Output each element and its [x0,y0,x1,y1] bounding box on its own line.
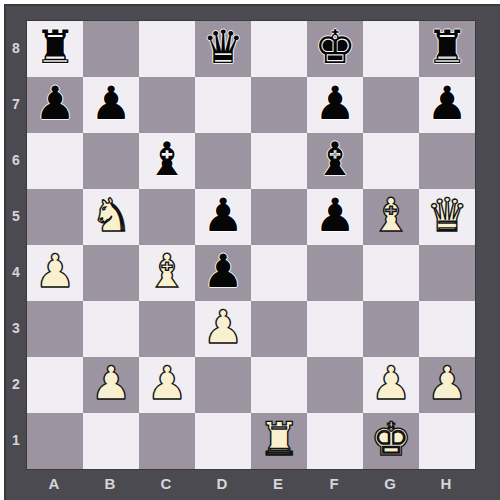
square-c7[interactable] [139,77,195,133]
square-f3[interactable] [307,301,363,357]
square-e6[interactable] [251,133,307,189]
white-bishop[interactable]: ♝ [370,187,411,243]
square-g5[interactable]: ♝ [363,189,419,245]
white-rook[interactable]: ♜ [258,411,299,467]
square-e1[interactable]: ♜ [251,413,307,469]
square-e3[interactable] [251,301,307,357]
square-d7[interactable] [195,77,251,133]
file-labels: ABCDEFGH [26,469,474,497]
black-rook[interactable]: ♜ [426,19,467,75]
square-a7[interactable]: ♟ [27,77,83,133]
file-label-f: F [306,469,362,497]
rank-label-1: 1 [6,412,26,468]
black-pawn[interactable]: ♟ [34,75,75,131]
square-b1[interactable] [83,413,139,469]
square-h3[interactable] [419,301,475,357]
black-pawn[interactable]: ♟ [314,187,355,243]
square-d8[interactable]: ♛ [195,21,251,77]
square-a3[interactable] [27,301,83,357]
square-d4[interactable]: ♟ [195,245,251,301]
square-d6[interactable] [195,133,251,189]
square-f1[interactable] [307,413,363,469]
square-a8[interactable]: ♜ [27,21,83,77]
black-bishop[interactable]: ♝ [314,131,355,187]
square-b5[interactable]: ♞ [83,189,139,245]
square-c3[interactable] [139,301,195,357]
square-h1[interactable] [419,413,475,469]
square-c5[interactable] [139,189,195,245]
square-b2[interactable]: ♟ [83,357,139,413]
square-h5[interactable]: ♛ [419,189,475,245]
square-g2[interactable]: ♟ [363,357,419,413]
square-b7[interactable]: ♟ [83,77,139,133]
rank-label-3: 3 [6,300,26,356]
square-a4[interactable]: ♟ [27,245,83,301]
white-pawn[interactable]: ♟ [146,355,187,411]
black-bishop[interactable]: ♝ [146,131,187,187]
square-c6[interactable]: ♝ [139,133,195,189]
square-a2[interactable] [27,357,83,413]
file-label-b: B [82,469,138,497]
square-c1[interactable] [139,413,195,469]
file-label-c: C [138,469,194,497]
chess-board: ♜♛♚♜♟♟♟♟♝♝♞♟♟♝♛♟♝♟♟♟♟♟♟♜♚ [26,20,476,470]
square-c2[interactable]: ♟ [139,357,195,413]
black-pawn[interactable]: ♟ [90,75,131,131]
rank-label-4: 4 [6,244,26,300]
white-knight[interactable]: ♞ [90,187,131,243]
file-label-a: A [26,469,82,497]
rank-label-2: 2 [6,356,26,412]
square-g4[interactable] [363,245,419,301]
black-pawn[interactable]: ♟ [202,243,243,299]
white-pawn[interactable]: ♟ [34,243,75,299]
rank-label-8: 8 [6,20,26,76]
black-rook[interactable]: ♜ [34,19,75,75]
square-d5[interactable]: ♟ [195,189,251,245]
square-b6[interactable] [83,133,139,189]
square-d1[interactable] [195,413,251,469]
black-king[interactable]: ♚ [314,19,355,75]
white-king[interactable]: ♚ [370,411,411,467]
square-h6[interactable] [419,133,475,189]
square-f7[interactable]: ♟ [307,77,363,133]
square-e8[interactable] [251,21,307,77]
square-c8[interactable] [139,21,195,77]
square-g7[interactable] [363,77,419,133]
white-queen[interactable]: ♛ [426,187,467,243]
black-pawn[interactable]: ♟ [202,187,243,243]
white-pawn[interactable]: ♟ [370,355,411,411]
rank-labels: 87654321 [6,20,26,468]
square-f5[interactable]: ♟ [307,189,363,245]
square-c4[interactable]: ♝ [139,245,195,301]
rank-label-7: 7 [6,76,26,132]
square-e4[interactable] [251,245,307,301]
square-d2[interactable] [195,357,251,413]
black-pawn[interactable]: ♟ [426,75,467,131]
square-f2[interactable] [307,357,363,413]
square-h8[interactable]: ♜ [419,21,475,77]
square-f6[interactable]: ♝ [307,133,363,189]
rank-label-6: 6 [6,132,26,188]
square-g6[interactable] [363,133,419,189]
black-queen[interactable]: ♛ [202,19,243,75]
black-pawn[interactable]: ♟ [314,75,355,131]
file-label-g: G [362,469,418,497]
square-f4[interactable] [307,245,363,301]
square-g8[interactable] [363,21,419,77]
white-pawn[interactable]: ♟ [202,299,243,355]
square-e5[interactable] [251,189,307,245]
white-bishop[interactable]: ♝ [146,243,187,299]
square-a5[interactable] [27,189,83,245]
square-e2[interactable] [251,357,307,413]
file-label-e: E [250,469,306,497]
square-e7[interactable] [251,77,307,133]
white-pawn[interactable]: ♟ [90,355,131,411]
square-b3[interactable] [83,301,139,357]
square-h4[interactable] [419,245,475,301]
square-a1[interactable] [27,413,83,469]
square-a6[interactable] [27,133,83,189]
rank-label-5: 5 [6,188,26,244]
square-h2[interactable]: ♟ [419,357,475,413]
square-b4[interactable] [83,245,139,301]
file-label-h: H [418,469,474,497]
square-b8[interactable] [83,21,139,77]
square-d3[interactable]: ♟ [195,301,251,357]
square-g1[interactable]: ♚ [363,413,419,469]
chess-app: { "game": "chess", "position": "r2q1k1r/… [0,0,500,500]
square-f8[interactable]: ♚ [307,21,363,77]
square-g3[interactable] [363,301,419,357]
file-label-d: D [194,469,250,497]
white-pawn[interactable]: ♟ [426,355,467,411]
square-h7[interactable]: ♟ [419,77,475,133]
board-frame: 87654321 ♜♛♚♜♟♟♟♟♝♝♞♟♟♝♛♟♝♟♟♟♟♟♟♜♚ ABCDE… [4,4,500,500]
